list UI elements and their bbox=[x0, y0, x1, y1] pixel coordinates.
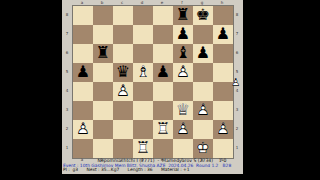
square-c4[interactable]: ♟♙ bbox=[113, 82, 133, 101]
black-pawn: ♟ bbox=[173, 25, 193, 44]
square-b7[interactable] bbox=[93, 25, 113, 44]
square-g8[interactable]: ♚ bbox=[193, 6, 213, 25]
rank-label-2: 2 bbox=[63, 119, 71, 138]
square-h6[interactable] bbox=[213, 44, 233, 63]
square-d3[interactable] bbox=[133, 101, 153, 120]
square-b1[interactable] bbox=[93, 139, 113, 158]
square-e4[interactable] bbox=[153, 82, 173, 101]
black-pawn: ♟ bbox=[153, 63, 173, 82]
rank-label-8: 8 bbox=[233, 5, 241, 24]
square-f5[interactable]: ♟♙ bbox=[173, 63, 193, 82]
white-pawn: ♟♙ bbox=[173, 120, 193, 139]
square-c3[interactable] bbox=[113, 101, 133, 120]
square-g3[interactable]: ♟♙ bbox=[193, 101, 213, 120]
square-c6[interactable] bbox=[113, 44, 133, 63]
square-f7[interactable]: ♟ bbox=[173, 25, 193, 44]
rank-label-8: 8 bbox=[63, 5, 71, 24]
white-pawn: ♟♙ bbox=[193, 101, 213, 120]
square-b8[interactable] bbox=[93, 6, 113, 25]
square-e5[interactable]: ♟ bbox=[153, 63, 173, 82]
black-rook: ♜ bbox=[93, 44, 113, 63]
square-f1[interactable] bbox=[173, 139, 193, 158]
square-g5[interactable] bbox=[193, 63, 213, 82]
material-advantage-indicator: ♟ ♙ bbox=[230, 75, 242, 90]
square-d7[interactable] bbox=[133, 25, 153, 44]
square-h3[interactable] bbox=[213, 101, 233, 120]
black-queen: ♛ bbox=[113, 63, 133, 82]
square-g1[interactable]: ♚♔ bbox=[193, 139, 213, 158]
rank-label-4: 4 bbox=[63, 81, 71, 100]
white-bishop: ♝♗ bbox=[133, 63, 153, 82]
square-a4[interactable] bbox=[73, 82, 93, 101]
square-a5[interactable]: ♟ bbox=[73, 63, 93, 82]
square-d2[interactable] bbox=[133, 120, 153, 139]
square-d8[interactable] bbox=[133, 6, 153, 25]
rank-label-3: 3 bbox=[233, 100, 241, 119]
square-c2[interactable] bbox=[113, 120, 133, 139]
square-d1[interactable]: ♜♖ bbox=[133, 139, 153, 158]
square-b5[interactable] bbox=[93, 63, 113, 82]
square-h2[interactable]: ♟♙ bbox=[213, 120, 233, 139]
square-e8[interactable] bbox=[153, 6, 173, 25]
black-king: ♚ bbox=[193, 6, 213, 25]
white-pawn: ♟♙ bbox=[113, 82, 133, 101]
square-b4[interactable] bbox=[93, 82, 113, 101]
square-h8[interactable] bbox=[213, 6, 233, 25]
rank-label-6: 6 bbox=[63, 43, 71, 62]
square-d5[interactable]: ♝♗ bbox=[133, 63, 153, 82]
square-f2[interactable]: ♟♙ bbox=[173, 120, 193, 139]
black-pawn: ♟ bbox=[73, 63, 93, 82]
white-pawn: ♟♙ bbox=[213, 120, 233, 139]
square-h1[interactable] bbox=[213, 139, 233, 158]
rank-label-7: 7 bbox=[233, 24, 241, 43]
square-g4[interactable] bbox=[193, 82, 213, 101]
black-rook: ♜ bbox=[173, 6, 193, 25]
white-rook: ♜♖ bbox=[153, 120, 173, 139]
square-a8[interactable] bbox=[73, 6, 93, 25]
square-e7[interactable] bbox=[153, 25, 173, 44]
square-f6[interactable]: ♝ bbox=[173, 44, 193, 63]
square-a2[interactable]: ♟♙ bbox=[73, 120, 93, 139]
white-pawn: ♟♙ bbox=[173, 63, 193, 82]
rank-labels-left: 87654321 bbox=[63, 5, 71, 157]
square-h7[interactable]: ♟ bbox=[213, 25, 233, 44]
rank-label-7: 7 bbox=[63, 24, 71, 43]
rank-label-5: 5 bbox=[63, 62, 71, 81]
square-c1[interactable] bbox=[113, 139, 133, 158]
black-bishop: ♝ bbox=[173, 44, 193, 63]
square-c8[interactable] bbox=[113, 6, 133, 25]
chess-board: ♜♚♟♟♜♝♟♟♛♝♗♟♟♙♟♙♛♕♟♙♟♙♜♖♟♙♟♙♜♖♚♔ bbox=[72, 5, 234, 159]
square-f3[interactable]: ♛♕ bbox=[173, 101, 193, 120]
square-a7[interactable] bbox=[73, 25, 93, 44]
square-c5[interactable]: ♛ bbox=[113, 63, 133, 82]
rank-label-1: 1 bbox=[233, 138, 241, 157]
black-pawn: ♟ bbox=[213, 25, 233, 44]
move-info-line: Pl : g3 Next : 35...Kg7 Length : 36 Mate… bbox=[63, 168, 242, 173]
square-b3[interactable] bbox=[93, 101, 113, 120]
white-pawn: ♟♙ bbox=[73, 120, 93, 139]
square-d6[interactable] bbox=[133, 44, 153, 63]
rank-label-6: 6 bbox=[233, 43, 241, 62]
square-c7[interactable] bbox=[113, 25, 133, 44]
chess-gui-panel: abcdefgh 87654321 87654321 ♜♚♟♟♜♝♟♟♛♝♗♟♟… bbox=[62, 0, 243, 174]
square-f8[interactable]: ♜ bbox=[173, 6, 193, 25]
square-g6[interactable]: ♟ bbox=[193, 44, 213, 63]
square-b6[interactable]: ♜ bbox=[93, 44, 113, 63]
square-e1[interactable] bbox=[153, 139, 173, 158]
square-f4[interactable] bbox=[173, 82, 193, 101]
square-a1[interactable] bbox=[73, 139, 93, 158]
square-e6[interactable] bbox=[153, 44, 173, 63]
rank-label-2: 2 bbox=[233, 119, 241, 138]
square-b2[interactable] bbox=[93, 120, 113, 139]
square-e2[interactable]: ♜♖ bbox=[153, 120, 173, 139]
black-pawn: ♟ bbox=[193, 44, 213, 63]
white-queen: ♛♕ bbox=[173, 101, 193, 120]
video-frame: abcdefgh 87654321 87654321 ♜♚♟♟♜♝♟♟♛♝♗♟♟… bbox=[0, 0, 320, 180]
white-rook: ♜♖ bbox=[133, 139, 153, 158]
square-d4[interactable] bbox=[133, 82, 153, 101]
square-e3[interactable] bbox=[153, 101, 173, 120]
square-g2[interactable] bbox=[193, 120, 213, 139]
rank-label-3: 3 bbox=[63, 100, 71, 119]
square-g7[interactable] bbox=[193, 25, 213, 44]
square-a6[interactable] bbox=[73, 44, 93, 63]
square-a3[interactable] bbox=[73, 101, 93, 120]
rank-label-1: 1 bbox=[63, 138, 71, 157]
white-king: ♚♔ bbox=[193, 139, 213, 158]
